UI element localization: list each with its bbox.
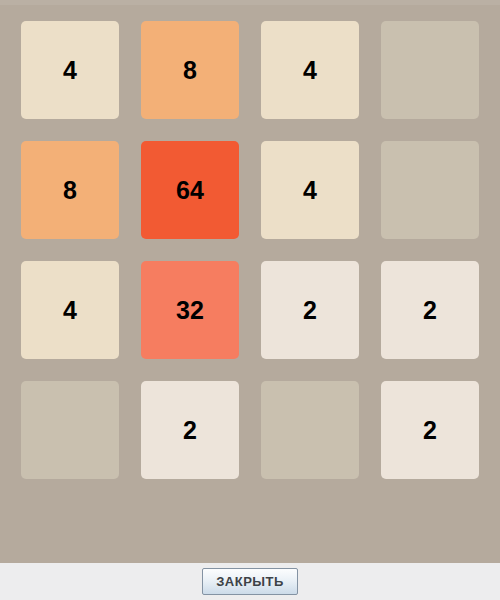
cell-empty	[261, 381, 359, 479]
cell-empty	[21, 381, 119, 479]
tile-8: 8	[21, 141, 119, 239]
game-screen: 48486444322222 ЗАКРЫТЬ	[0, 0, 500, 600]
tile-4: 4	[21, 261, 119, 359]
tile-2: 2	[261, 261, 359, 359]
tile-4: 4	[261, 21, 359, 119]
tile-grid: 48486444322222	[0, 0, 500, 500]
tile-4: 4	[21, 21, 119, 119]
cell-empty	[381, 21, 479, 119]
tile-64: 64	[141, 141, 239, 239]
tile-8: 8	[141, 21, 239, 119]
bottom-bar: ЗАКРЫТЬ	[0, 563, 500, 600]
tile-32: 32	[141, 261, 239, 359]
tile-4: 4	[261, 141, 359, 239]
tile-2: 2	[141, 381, 239, 479]
tile-2: 2	[381, 261, 479, 359]
board-2048[interactable]: 48486444322222	[0, 0, 500, 563]
tile-2: 2	[381, 381, 479, 479]
cell-empty	[381, 141, 479, 239]
close-button[interactable]: ЗАКРЫТЬ	[202, 568, 298, 595]
